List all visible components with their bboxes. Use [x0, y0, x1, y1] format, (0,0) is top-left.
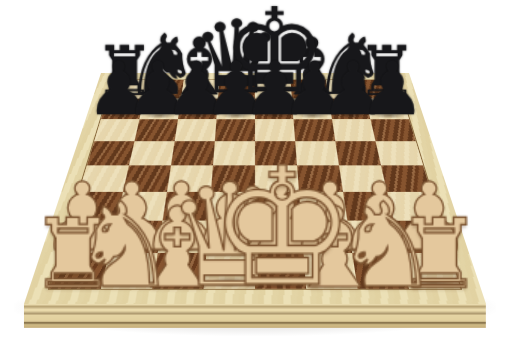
chess-set-photo: ♜♞♝♛♚♝♞♜♟♟♟♟♟♟♟♟♟♟♟♟♟♟♟♟♜♞♝♛♚♝♞♜	[0, 0, 510, 339]
square-h7: ♟	[366, 99, 409, 119]
piece-white-king: ♚	[208, 147, 355, 310]
square-h5	[376, 141, 423, 165]
board-squares-grid: ♜♞♝♛♚♝♞♜♟♟♟♟♟♟♟♟♟♟♟♟♟♟♟♟♜♞♝♛♚♝♞♜	[48, 80, 462, 290]
square-b1: ♞	[101, 253, 158, 289]
square-a5	[87, 141, 134, 165]
chessboard: ♜♞♝♛♚♝♞♜♟♟♟♟♟♟♟♟♟♟♟♟♟♟♟♟♜♞♝♛♚♝♞♜	[24, 73, 486, 304]
square-e1: ♚	[255, 253, 306, 289]
piece-white-knight: ♞	[71, 187, 176, 304]
piece-black-pawn: ♟	[359, 53, 425, 127]
chessboard-scene: ♜♞♝♛♚♝♞♜♟♟♟♟♟♟♟♟♟♟♟♟♟♟♟♟♜♞♝♛♚♝♞♜	[101, 73, 409, 339]
square-g1: ♞	[352, 253, 409, 289]
